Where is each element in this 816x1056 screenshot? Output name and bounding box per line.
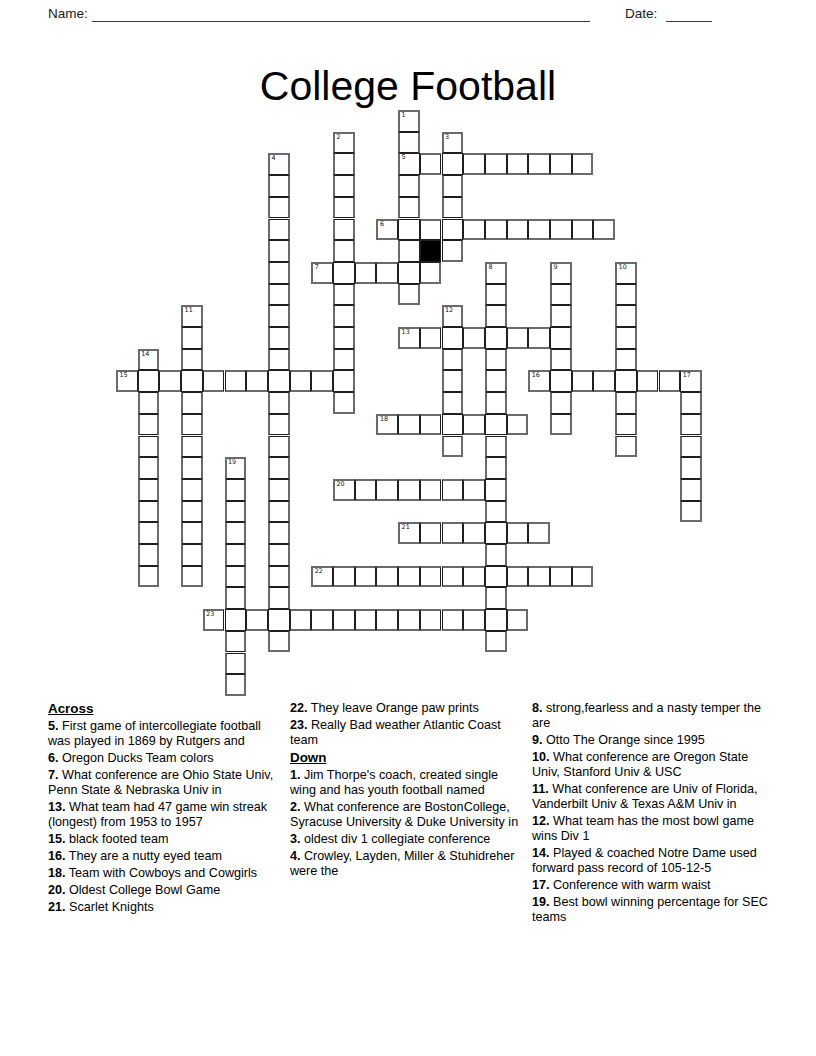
grid-cell[interactable] xyxy=(442,240,464,262)
grid-cell[interactable] xyxy=(420,262,442,284)
grid-cell[interactable] xyxy=(333,305,355,327)
clue-down-11: 11. What conference are Univ of Florida,… xyxy=(532,782,775,812)
grid-cell[interactable] xyxy=(333,219,355,241)
grid-cell[interactable] xyxy=(615,370,637,392)
clue-text: They are a nutty eyed team xyxy=(66,849,223,863)
clue-text: Otto The Orange since 1995 xyxy=(543,733,705,747)
grid-cell[interactable] xyxy=(268,370,290,392)
grid-cell[interactable] xyxy=(225,370,247,392)
grid-cell[interactable] xyxy=(181,327,203,349)
grid-cell[interactable] xyxy=(659,370,681,392)
clue-number: 2. xyxy=(290,800,301,814)
grid-cell[interactable] xyxy=(572,219,594,241)
grid-cell[interactable]: 12 xyxy=(442,305,464,327)
grid-cell[interactable] xyxy=(442,175,464,197)
clue-number: 18. xyxy=(48,866,66,880)
grid-cell[interactable] xyxy=(355,262,377,284)
grid-cell[interactable] xyxy=(355,479,377,501)
clue-number: 11. xyxy=(532,782,549,796)
grid-cell[interactable] xyxy=(268,262,290,284)
grid-cell[interactable] xyxy=(550,349,572,371)
grid-cell[interactable]: 11 xyxy=(181,305,203,327)
clue-number-label: 10 xyxy=(619,264,627,272)
clue-number-label: 3 xyxy=(445,134,449,142)
grid-cell[interactable] xyxy=(398,197,420,219)
grid-cell[interactable] xyxy=(225,587,247,609)
clue-number: 16. xyxy=(48,849,66,863)
grid-cell[interactable] xyxy=(485,566,507,588)
grid-cell[interactable] xyxy=(485,370,507,392)
grid-cell[interactable] xyxy=(138,436,160,458)
grid-cell[interactable] xyxy=(615,305,637,327)
grid-cell[interactable] xyxy=(680,479,702,501)
grid-cell[interactable] xyxy=(311,609,333,631)
grid-cell[interactable] xyxy=(181,392,203,414)
grid-cell[interactable] xyxy=(268,305,290,327)
grid-cell[interactable]: 10 xyxy=(615,262,637,284)
grid-cell[interactable] xyxy=(420,153,442,175)
grid-cell[interactable] xyxy=(528,219,550,241)
grid-cell[interactable] xyxy=(181,414,203,436)
grid-cell[interactable] xyxy=(398,175,420,197)
clue-number-label: 22 xyxy=(315,568,323,576)
grid-cell[interactable] xyxy=(290,370,312,392)
grid-cell[interactable]: 15 xyxy=(116,370,138,392)
grid-cell[interactable] xyxy=(680,436,702,458)
grid-cell[interactable] xyxy=(528,566,550,588)
grid-cell[interactable] xyxy=(485,392,507,414)
grid-cell[interactable] xyxy=(615,436,637,458)
black-cell xyxy=(420,240,442,262)
clue-number: 17. xyxy=(532,878,550,892)
grid-cell[interactable]: 18 xyxy=(376,414,398,436)
grid-cell[interactable] xyxy=(680,414,702,436)
grid-cell[interactable] xyxy=(225,479,247,501)
grid-cell[interactable]: 2 xyxy=(333,132,355,154)
grid-cell[interactable] xyxy=(398,240,420,262)
grid-cell[interactable] xyxy=(203,370,225,392)
grid-cell[interactable] xyxy=(528,153,550,175)
clue-text: Really Bad weather Atlantic Coast team xyxy=(290,718,501,747)
grid-cell[interactable] xyxy=(485,609,507,631)
grid-cell[interactable] xyxy=(485,522,507,544)
clue-number-label: 18 xyxy=(380,416,388,424)
grid-cell[interactable] xyxy=(420,609,442,631)
grid-cell[interactable] xyxy=(550,284,572,306)
grid-cell[interactable] xyxy=(420,479,442,501)
name-label: Name: xyxy=(48,6,88,21)
grid-cell[interactable] xyxy=(268,501,290,523)
grid-cell[interactable] xyxy=(615,414,637,436)
clue-number: 7. xyxy=(48,768,59,782)
grid-cell[interactable] xyxy=(420,566,442,588)
clue-number-label: 14 xyxy=(141,351,149,359)
clue-down-10: 10. What conference are Oregon State Uni… xyxy=(532,750,775,780)
clue-number-label: 19 xyxy=(228,459,236,467)
clue-across-15: 15. black footed team xyxy=(48,832,285,847)
grid-cell[interactable]: 16 xyxy=(528,370,550,392)
clue-number-label: 11 xyxy=(185,307,193,315)
grid-cell[interactable] xyxy=(463,153,485,175)
grid-cell[interactable] xyxy=(376,262,398,284)
clue-across-6: 6. Oregon Ducks Team colors xyxy=(48,751,285,766)
clue-text: Oldest College Bowl Game xyxy=(66,883,221,897)
grid-cell[interactable] xyxy=(485,305,507,327)
grid-cell[interactable] xyxy=(333,262,355,284)
grid-cell[interactable]: 4 xyxy=(268,153,290,175)
grid-cell[interactable] xyxy=(485,414,507,436)
clue-number: 4. xyxy=(290,849,301,863)
grid-cell[interactable] xyxy=(550,370,572,392)
grid-cell[interactable] xyxy=(333,609,355,631)
clue-number: 5. xyxy=(48,719,59,733)
clue-column-3: 8. strong,fearless and a nasty temper th… xyxy=(532,701,775,927)
grid-cell[interactable] xyxy=(550,392,572,414)
grid-cell[interactable] xyxy=(420,414,442,436)
grid-cell[interactable] xyxy=(420,522,442,544)
clue-number-label: 9 xyxy=(554,264,558,272)
grid-cell[interactable] xyxy=(268,197,290,219)
grid-cell[interactable] xyxy=(225,544,247,566)
grid-cell[interactable] xyxy=(442,327,464,349)
grid-cell[interactable] xyxy=(268,327,290,349)
grid-cell[interactable] xyxy=(268,436,290,458)
grid-cell[interactable]: 23 xyxy=(203,609,225,631)
clue-number: 19. xyxy=(532,895,550,909)
grid-cell[interactable] xyxy=(485,587,507,609)
clue-down-3: 3. oldest div 1 collegiate conference xyxy=(290,832,527,847)
clue-text: Best bowl winning percentage for SEC tea… xyxy=(532,895,768,924)
grid-cell[interactable] xyxy=(333,327,355,349)
grid-cell[interactable] xyxy=(268,414,290,436)
grid-cell[interactable] xyxy=(463,566,485,588)
clue-down-8: 8. strong,fearless and a nasty temper th… xyxy=(532,701,775,731)
clue-number: 15. xyxy=(48,832,66,846)
grid-cell[interactable] xyxy=(442,392,464,414)
grid-cell[interactable] xyxy=(355,609,377,631)
clue-column-2: 22. They leave Orange paw prints23. Real… xyxy=(290,701,527,881)
clue-text: black footed team xyxy=(66,832,169,846)
grid-cell[interactable] xyxy=(268,392,290,414)
grid-cell[interactable] xyxy=(442,566,464,588)
grid-cell[interactable] xyxy=(311,370,333,392)
grid-cell[interactable] xyxy=(268,240,290,262)
grid-cell[interactable] xyxy=(333,392,355,414)
grid-cell[interactable] xyxy=(485,436,507,458)
grid-cell[interactable] xyxy=(333,566,355,588)
grid-cell[interactable] xyxy=(268,175,290,197)
grid-cell[interactable]: 1 xyxy=(398,110,420,132)
grid-cell[interactable] xyxy=(268,349,290,371)
grid-cell[interactable] xyxy=(268,479,290,501)
grid-cell[interactable] xyxy=(507,327,529,349)
clue-across-22: 22. They leave Orange paw prints xyxy=(290,701,527,716)
grid-cell[interactable] xyxy=(507,522,529,544)
grid-cell[interactable] xyxy=(138,414,160,436)
clue-text: Jim Thorpe's coach, created single wing … xyxy=(290,768,498,797)
grid-cell[interactable] xyxy=(485,501,507,523)
grid-cell[interactable] xyxy=(138,566,160,588)
grid-cell[interactable] xyxy=(376,479,398,501)
grid-cell[interactable] xyxy=(593,370,615,392)
clue-across-20: 20. Oldest College Bowl Game xyxy=(48,883,285,898)
grid-cell[interactable] xyxy=(138,501,160,523)
grid-cell[interactable] xyxy=(376,609,398,631)
grid-cell[interactable] xyxy=(442,522,464,544)
grid-cell[interactable] xyxy=(550,305,572,327)
grid-cell[interactable] xyxy=(181,544,203,566)
clue-text: strong,fearless and a nasty temper the a… xyxy=(532,701,761,730)
clue-across-16: 16. They are a nutty eyed team xyxy=(48,849,285,864)
clue-text: They leave Orange paw prints xyxy=(308,701,479,715)
grid-cell[interactable]: 19 xyxy=(225,457,247,479)
clue-number-label: 20 xyxy=(337,481,345,489)
grid-cell[interactable] xyxy=(507,609,529,631)
grid-cell[interactable] xyxy=(138,544,160,566)
grid-cell[interactable] xyxy=(442,219,464,241)
clue-across-21: 21. Scarlet Knights xyxy=(48,900,285,915)
date-input-line[interactable] xyxy=(666,21,712,22)
puzzle-title: College Football xyxy=(0,63,816,110)
grid-cell[interactable] xyxy=(181,566,203,588)
grid-cell[interactable] xyxy=(572,153,594,175)
date-label: Date: xyxy=(625,6,657,21)
grid-cell[interactable] xyxy=(528,327,550,349)
grid-cell[interactable] xyxy=(420,219,442,241)
grid-cell[interactable] xyxy=(159,370,181,392)
grid-cell[interactable] xyxy=(181,436,203,458)
grid-cell[interactable] xyxy=(268,609,290,631)
clue-text: What team has the most bowl game wins Di… xyxy=(532,814,754,843)
grid-cell[interactable] xyxy=(485,631,507,653)
grid-cell[interactable] xyxy=(463,609,485,631)
grid-cell[interactable] xyxy=(225,674,247,696)
grid-cell[interactable] xyxy=(181,522,203,544)
clue-text: Team with Cowboys and Cowgirls xyxy=(66,866,258,880)
grid-cell[interactable] xyxy=(485,219,507,241)
grid-cell[interactable] xyxy=(550,219,572,241)
grid-cell[interactable] xyxy=(485,479,507,501)
clue-text: oldest div 1 collegiate conference xyxy=(301,832,491,846)
grid-cell[interactable] xyxy=(572,566,594,588)
clue-number: 3. xyxy=(290,832,301,846)
clue-number-label: 16 xyxy=(532,372,540,380)
clue-number-label: 1 xyxy=(402,112,406,120)
grid-cell[interactable] xyxy=(398,284,420,306)
grid-cell[interactable] xyxy=(355,566,377,588)
across-header: Across xyxy=(48,701,285,716)
grid-cell[interactable] xyxy=(615,392,637,414)
clue-text: What conference are Oregon State Univ, S… xyxy=(532,750,748,779)
grid-cell[interactable] xyxy=(268,544,290,566)
grid-cell[interactable] xyxy=(572,370,594,392)
grid-cell[interactable] xyxy=(225,522,247,544)
clue-down-4: 4. Crowley, Layden, Miller & Stuhidreher… xyxy=(290,849,527,879)
grid-cell[interactable] xyxy=(680,501,702,523)
grid-cell[interactable] xyxy=(637,370,659,392)
clue-down-1: 1. Jim Thorpe's coach, created single wi… xyxy=(290,768,527,798)
grid-cell[interactable] xyxy=(615,284,637,306)
grid-cell[interactable]: 17 xyxy=(680,370,702,392)
grid-cell[interactable] xyxy=(463,219,485,241)
clue-number: 14. xyxy=(532,846,550,860)
grid-cell[interactable] xyxy=(268,522,290,544)
grid-cell[interactable]: 8 xyxy=(485,262,507,284)
clue-number-label: 15 xyxy=(120,372,128,380)
clue-number: 9. xyxy=(532,733,543,747)
grid-cell[interactable] xyxy=(246,609,268,631)
grid-cell[interactable] xyxy=(268,631,290,653)
grid-cell[interactable] xyxy=(442,414,464,436)
grid-cell[interactable] xyxy=(463,414,485,436)
grid-cell[interactable]: 9 xyxy=(550,262,572,284)
grid-cell[interactable] xyxy=(442,349,464,371)
grid-cell[interactable]: 13 xyxy=(398,327,420,349)
grid-cell[interactable]: 3 xyxy=(442,132,464,154)
clue-number: 13. xyxy=(48,800,66,814)
grid-cell[interactable] xyxy=(333,284,355,306)
grid-cell[interactable] xyxy=(138,522,160,544)
grid-cell[interactable] xyxy=(225,609,247,631)
clue-number-label: 8 xyxy=(488,264,492,272)
clue-across-5: 5. First game of intercollegiate footbal… xyxy=(48,719,285,749)
worksheet-page: Name: Date: College Football 12345678910… xyxy=(0,0,816,1056)
name-input-line[interactable] xyxy=(92,21,590,22)
grid-cell[interactable] xyxy=(442,436,464,458)
grid-cell[interactable] xyxy=(225,566,247,588)
clue-number-label: 5 xyxy=(402,154,406,162)
grid-cell[interactable] xyxy=(507,153,529,175)
grid-cell[interactable] xyxy=(268,457,290,479)
grid-cell[interactable] xyxy=(225,501,247,523)
grid-cell[interactable] xyxy=(333,370,355,392)
grid-cell[interactable] xyxy=(376,566,398,588)
clue-number: 8. xyxy=(532,701,543,715)
grid-cell[interactable] xyxy=(485,349,507,371)
clue-text: What conference are Univ of Florida, Van… xyxy=(532,782,757,811)
grid-cell[interactable] xyxy=(398,609,420,631)
grid-cell[interactable] xyxy=(268,284,290,306)
down-header: Down xyxy=(290,750,527,765)
grid-cell[interactable] xyxy=(550,566,572,588)
clue-number-label: 6 xyxy=(380,221,384,229)
clue-text: Oregon Ducks Team colors xyxy=(59,751,214,765)
clue-column-1: Across5. First game of intercollegiate f… xyxy=(48,701,285,917)
clue-across-23: 23. Really Bad weather Atlantic Coast te… xyxy=(290,718,527,748)
clue-across-13: 13. What team had 47 game win streak (lo… xyxy=(48,800,285,830)
grid-cell[interactable] xyxy=(268,219,290,241)
grid-cell[interactable] xyxy=(463,327,485,349)
grid-cell[interactable] xyxy=(181,457,203,479)
grid-cell[interactable] xyxy=(333,197,355,219)
grid-cell[interactable] xyxy=(333,153,355,175)
grid-cell[interactable] xyxy=(268,566,290,588)
grid-cell[interactable] xyxy=(528,522,550,544)
grid-cell[interactable] xyxy=(442,153,464,175)
grid-cell[interactable] xyxy=(138,370,160,392)
grid-cell[interactable] xyxy=(398,262,420,284)
grid-cell[interactable] xyxy=(398,479,420,501)
clue-number: 23. xyxy=(290,718,308,732)
grid-cell[interactable] xyxy=(507,219,529,241)
grid-cell[interactable] xyxy=(485,544,507,566)
grid-cell[interactable] xyxy=(615,349,637,371)
clue-number: 10. xyxy=(532,750,550,764)
grid-cell[interactable] xyxy=(485,284,507,306)
grid-cell[interactable] xyxy=(463,522,485,544)
grid-cell[interactable] xyxy=(463,479,485,501)
grid-cell[interactable]: 14 xyxy=(138,349,160,371)
grid-cell[interactable] xyxy=(442,479,464,501)
clue-number: 1. xyxy=(290,768,301,782)
grid-cell[interactable]: 22 xyxy=(311,566,333,588)
grid-cell[interactable] xyxy=(550,327,572,349)
grid-cell[interactable] xyxy=(333,240,355,262)
clue-number-label: 2 xyxy=(337,134,341,142)
grid-cell[interactable] xyxy=(398,566,420,588)
grid-cell[interactable] xyxy=(485,457,507,479)
grid-cell[interactable] xyxy=(181,349,203,371)
clue-down-19: 19. Best bowl winning percentage for SEC… xyxy=(532,895,775,925)
grid-cell[interactable] xyxy=(268,587,290,609)
grid-cell[interactable] xyxy=(138,479,160,501)
grid-cell[interactable] xyxy=(181,370,203,392)
grid-cell[interactable] xyxy=(290,609,312,631)
clue-number-label: 13 xyxy=(402,329,410,337)
clue-text: What team had 47 game win streak (longes… xyxy=(48,800,267,829)
grid-cell[interactable] xyxy=(485,153,507,175)
grid-cell[interactable] xyxy=(507,414,529,436)
clue-text: What conference are Ohio State Univ, Pen… xyxy=(48,768,273,797)
grid-cell[interactable] xyxy=(398,414,420,436)
grid-cell[interactable]: 5 xyxy=(398,153,420,175)
grid-cell[interactable] xyxy=(333,349,355,371)
grid-cell[interactable] xyxy=(680,392,702,414)
clue-number-label: 17 xyxy=(683,372,691,380)
grid-cell[interactable] xyxy=(138,392,160,414)
clue-text: Scarlet Knights xyxy=(66,900,154,914)
clue-number: 6. xyxy=(48,751,59,765)
clue-down-2: 2. What conference are BostonCollege, Sy… xyxy=(290,800,527,830)
grid-cell[interactable] xyxy=(398,132,420,154)
grid-cell[interactable] xyxy=(225,653,247,675)
grid-cell[interactable] xyxy=(246,370,268,392)
grid-cell[interactable]: 21 xyxy=(398,522,420,544)
grid-cell[interactable] xyxy=(550,414,572,436)
grid-cell[interactable] xyxy=(442,197,464,219)
grid-cell[interactable] xyxy=(398,219,420,241)
grid-cell[interactable] xyxy=(138,457,160,479)
grid-cell[interactable] xyxy=(442,609,464,631)
grid-cell[interactable] xyxy=(680,457,702,479)
grid-cell[interactable]: 20 xyxy=(333,479,355,501)
grid-cell[interactable] xyxy=(485,327,507,349)
grid-cell[interactable]: 7 xyxy=(311,262,333,284)
clue-down-12: 12. What team has the most bowl game win… xyxy=(532,814,775,844)
grid-cell[interactable] xyxy=(333,175,355,197)
grid-cell[interactable] xyxy=(507,566,529,588)
grid-cell[interactable] xyxy=(225,631,247,653)
grid-cell[interactable] xyxy=(181,501,203,523)
grid-cell[interactable]: 6 xyxy=(376,219,398,241)
grid-cell[interactable] xyxy=(615,327,637,349)
grid-cell[interactable] xyxy=(442,370,464,392)
grid-cell[interactable] xyxy=(420,327,442,349)
clue-text: What conference are BostonCollege, Syrac… xyxy=(290,800,518,829)
grid-cell[interactable] xyxy=(181,479,203,501)
grid-cell[interactable] xyxy=(593,219,615,241)
grid-cell[interactable] xyxy=(550,153,572,175)
